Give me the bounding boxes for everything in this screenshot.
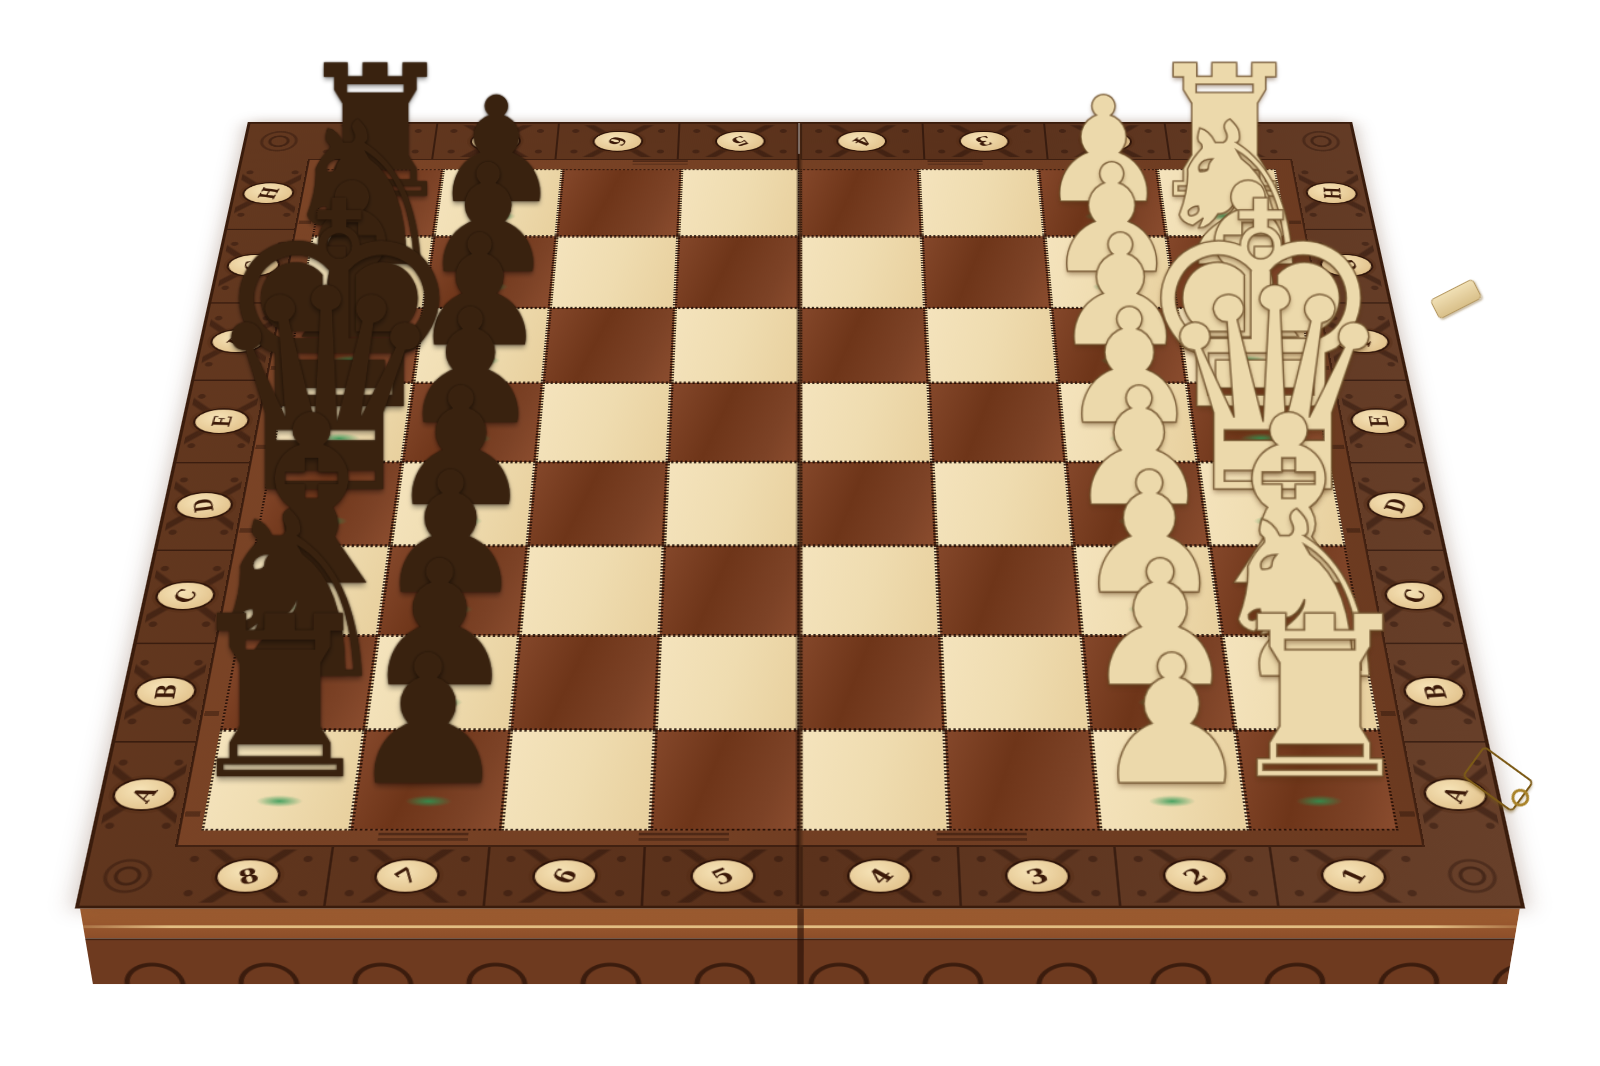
chess-set-photo: 87654321 HGFEDCBA ♜♟♟♜♞♟♟♞♝♟♟♝♚♟♟♚♛♟♟♛♝♟…: [0, 0, 1600, 1066]
makers-mark: [638, 833, 729, 843]
rank-glyph: 4: [863, 864, 898, 888]
square-b4: [800, 635, 945, 730]
rank-label-5: 5: [641, 847, 800, 906]
square-h6: [556, 169, 681, 236]
rank-label-7: 7: [323, 847, 488, 906]
frame-corner-spiral: [1425, 847, 1521, 906]
rank-label-3: 3: [956, 847, 1118, 906]
square-a4: [800, 730, 950, 831]
rank-glyph: 5: [728, 134, 752, 149]
square-d5: [664, 462, 800, 546]
file-glyph: H: [1320, 187, 1344, 200]
square-e3: [929, 383, 1065, 462]
square-h5: [678, 169, 800, 236]
square-e6: [535, 383, 671, 462]
label-medallion: 2: [1164, 860, 1228, 891]
square-c6: [519, 546, 664, 635]
felt-base: [406, 795, 452, 806]
makers-mark: [936, 833, 1027, 843]
file-glyph: A: [1438, 783, 1472, 805]
rank-glyph: 7: [391, 864, 424, 888]
square-f3: [925, 308, 1057, 383]
label-medallion: 3: [960, 132, 1008, 151]
label-medallion: 4: [850, 860, 911, 891]
square-f4: [800, 308, 929, 383]
rank-label-6: 6: [554, 124, 679, 159]
square-c3: [936, 546, 1081, 635]
rank-label-4: 4: [800, 124, 923, 159]
label-medallion: 5: [716, 132, 763, 151]
fold-seam: [795, 123, 804, 905]
label-medallion: 3: [1007, 860, 1069, 891]
rank-glyph: 2: [1178, 864, 1212, 889]
decorated-frame: 87654321 HGFEDCBA ♜♟♟♜♞♟♟♞♝♟♟♝♚♟♟♚♛♟♟♛♝♟…: [75, 122, 1525, 908]
makers-mark: [927, 160, 982, 164]
label-medallion: 5: [692, 860, 753, 891]
wooden-peg: [1430, 278, 1483, 319]
frame-corner-spiral: [79, 847, 175, 906]
box-front-edge: [80, 908, 1520, 984]
chess-board: 87654321 HGFEDCBA ♜♟♟♜♞♟♟♞♝♟♟♝♚♟♟♚♛♟♟♛♝♟…: [75, 122, 1525, 908]
makers-mark: [377, 833, 469, 843]
rank-label-6: 6: [482, 847, 644, 906]
felt-base: [1297, 795, 1343, 806]
file-glyph: A: [127, 783, 163, 804]
makers-mark: [633, 160, 688, 164]
square-d6: [527, 462, 667, 546]
square-b3: [941, 635, 1090, 730]
square-h4: [800, 169, 922, 236]
square-f5: [671, 308, 800, 383]
square-a5: [650, 730, 800, 831]
piece-black-rook-a8: ♜: [180, 593, 380, 805]
square-g3: [922, 237, 1051, 308]
edge-fold-seam: [797, 908, 804, 984]
square-c5: [659, 546, 800, 635]
square-g6: [549, 237, 678, 308]
rank-label-5: 5: [677, 124, 800, 159]
label-medallion: 7: [375, 860, 439, 891]
square-a8: ♜: [201, 730, 365, 831]
square-g5: [675, 237, 800, 308]
rank-label-8: 8: [164, 847, 332, 906]
rank-glyph: 3: [1023, 864, 1053, 888]
square-h3: [919, 169, 1044, 236]
rank-glyph: 8: [236, 864, 261, 888]
square-b6: [510, 635, 659, 730]
square-g4: [800, 237, 925, 308]
square-b5: [655, 635, 800, 730]
file-glyph: B: [150, 684, 180, 699]
rank-label-1: 1: [1269, 847, 1437, 906]
piece-white-rook-a1: ♜: [1220, 593, 1420, 805]
rank-glyph: 1: [1336, 864, 1371, 887]
square-c4: [800, 546, 941, 635]
square-a6: [501, 730, 655, 831]
rank-glyph: 6: [547, 865, 582, 886]
file-glyph: B: [1418, 683, 1450, 700]
label-medallion: A: [112, 779, 177, 809]
board-scene: 87654321 HGFEDCBA ♜♟♟♜♞♟♟♞♝♟♟♝♚♟♟♚♛♟♟♛♝♟…: [173, 0, 1427, 1066]
rank-glyph: 3: [973, 134, 996, 148]
label-medallion: 4: [839, 132, 886, 151]
label-medallion: 8: [215, 860, 280, 891]
felt-base: [1148, 795, 1194, 806]
square-d4: [800, 462, 936, 546]
square-a3: [945, 730, 1099, 831]
rank-label-4: 4: [800, 847, 959, 906]
label-medallion: 6: [534, 860, 596, 891]
rank-glyph: 4: [849, 134, 876, 148]
label-medallion: 1: [1321, 860, 1386, 891]
square-e4: [800, 383, 933, 462]
rank-label-3: 3: [921, 124, 1046, 159]
rank-glyph: 5: [707, 864, 738, 889]
felt-base: [257, 795, 303, 806]
square-e5: [667, 383, 800, 462]
square-f6: [542, 308, 674, 383]
rank-label-2: 2: [1112, 847, 1277, 906]
square-a1: ♜: [1235, 730, 1399, 831]
square-d3: [933, 462, 1073, 546]
label-medallion: 6: [594, 132, 642, 151]
rank-glyph: 6: [604, 135, 631, 148]
